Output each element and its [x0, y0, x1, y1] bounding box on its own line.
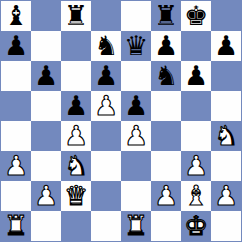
- square-a6[interactable]: [1, 61, 31, 91]
- piece-white-rook[interactable]: ♜: [124, 211, 148, 241]
- square-f5[interactable]: [151, 91, 181, 121]
- square-b4[interactable]: [31, 121, 61, 151]
- square-e3[interactable]: [121, 151, 151, 181]
- piece-white-pawn[interactable]: ♟: [4, 151, 28, 181]
- square-c7[interactable]: [61, 31, 91, 61]
- square-b1[interactable]: [31, 211, 61, 241]
- piece-black-pawn[interactable]: ♟: [214, 31, 238, 61]
- piece-black-knight[interactable]: ♞: [94, 31, 118, 61]
- square-f8[interactable]: ♜: [151, 1, 181, 31]
- square-b2[interactable]: ♟: [31, 181, 61, 211]
- piece-white-rook[interactable]: ♜: [4, 211, 28, 241]
- square-e1[interactable]: ♜: [121, 211, 151, 241]
- square-d6[interactable]: ♟: [91, 61, 121, 91]
- square-h6[interactable]: [211, 61, 241, 91]
- square-g8[interactable]: ♚: [181, 1, 211, 31]
- square-d8[interactable]: [91, 1, 121, 31]
- piece-white-pawn[interactable]: ♟: [184, 151, 208, 181]
- square-c1[interactable]: [61, 211, 91, 241]
- square-b8[interactable]: [31, 1, 61, 31]
- square-e5[interactable]: ♟: [121, 91, 151, 121]
- square-a8[interactable]: ♝: [1, 1, 31, 31]
- square-c3[interactable]: ♞: [61, 151, 91, 181]
- square-d3[interactable]: [91, 151, 121, 181]
- square-f6[interactable]: ♞: [151, 61, 181, 91]
- square-a3[interactable]: ♟: [1, 151, 31, 181]
- piece-white-pawn[interactable]: ♟: [124, 121, 148, 151]
- square-c6[interactable]: [61, 61, 91, 91]
- square-g5[interactable]: [181, 91, 211, 121]
- piece-black-pawn[interactable]: ♟: [64, 91, 88, 121]
- square-c2[interactable]: ♛: [61, 181, 91, 211]
- square-h2[interactable]: ♟: [211, 181, 241, 211]
- square-h3[interactable]: [211, 151, 241, 181]
- piece-white-queen[interactable]: ♛: [64, 181, 88, 211]
- square-h8[interactable]: [211, 1, 241, 31]
- piece-white-pawn[interactable]: ♟: [64, 121, 88, 151]
- square-f4[interactable]: [151, 121, 181, 151]
- square-b5[interactable]: [31, 91, 61, 121]
- square-h4[interactable]: ♞: [211, 121, 241, 151]
- square-e2[interactable]: [121, 181, 151, 211]
- square-e4[interactable]: ♟: [121, 121, 151, 151]
- square-c5[interactable]: ♟: [61, 91, 91, 121]
- piece-black-pawn[interactable]: ♟: [154, 31, 178, 61]
- square-g4[interactable]: [181, 121, 211, 151]
- square-g6[interactable]: ♟: [181, 61, 211, 91]
- square-b6[interactable]: ♟: [31, 61, 61, 91]
- piece-black-pawn[interactable]: ♟: [34, 61, 58, 91]
- square-e7[interactable]: ♛: [121, 31, 151, 61]
- square-d4[interactable]: [91, 121, 121, 151]
- piece-black-rook[interactable]: ♜: [154, 1, 178, 31]
- piece-black-rook[interactable]: ♜: [64, 1, 88, 31]
- square-b7[interactable]: [31, 31, 61, 61]
- piece-white-bishop[interactable]: ♝: [184, 181, 208, 211]
- square-f3[interactable]: [151, 151, 181, 181]
- square-e6[interactable]: [121, 61, 151, 91]
- square-f2[interactable]: ♟: [151, 181, 181, 211]
- square-d5[interactable]: ♟: [91, 91, 121, 121]
- square-h5[interactable]: [211, 91, 241, 121]
- square-f7[interactable]: ♟: [151, 31, 181, 61]
- square-c4[interactable]: ♟: [61, 121, 91, 151]
- piece-black-knight[interactable]: ♞: [154, 61, 178, 91]
- square-a7[interactable]: ♟: [1, 31, 31, 61]
- square-d7[interactable]: ♞: [91, 31, 121, 61]
- piece-white-pawn[interactable]: ♟: [94, 91, 118, 121]
- square-g2[interactable]: ♝: [181, 181, 211, 211]
- piece-white-knight[interactable]: ♞: [64, 151, 88, 181]
- chess-board: ♝♜♜♚♟♞♛♟♟♟♟♞♟♟♟♟♟♟♞♟♞♟♟♛♟♝♟♜♜♚: [0, 0, 242, 242]
- square-g7[interactable]: [181, 31, 211, 61]
- piece-black-pawn[interactable]: ♟: [4, 31, 28, 61]
- piece-white-pawn[interactable]: ♟: [34, 181, 58, 211]
- square-g1[interactable]: ♚: [181, 211, 211, 241]
- piece-black-queen[interactable]: ♛: [124, 31, 148, 61]
- piece-black-king[interactable]: ♚: [184, 1, 208, 31]
- piece-black-bishop[interactable]: ♝: [4, 1, 28, 31]
- piece-black-pawn[interactable]: ♟: [124, 91, 148, 121]
- square-c8[interactable]: ♜: [61, 1, 91, 31]
- square-d2[interactable]: [91, 181, 121, 211]
- square-a5[interactable]: [1, 91, 31, 121]
- square-h7[interactable]: ♟: [211, 31, 241, 61]
- square-f1[interactable]: [151, 211, 181, 241]
- square-h1[interactable]: [211, 211, 241, 241]
- square-d1[interactable]: [91, 211, 121, 241]
- square-b3[interactable]: [31, 151, 61, 181]
- piece-white-knight[interactable]: ♞: [214, 121, 238, 151]
- square-a2[interactable]: [1, 181, 31, 211]
- square-g3[interactable]: ♟: [181, 151, 211, 181]
- square-a4[interactable]: [1, 121, 31, 151]
- square-a1[interactable]: ♜: [1, 211, 31, 241]
- piece-white-king[interactable]: ♚: [184, 211, 208, 241]
- square-e8[interactable]: [121, 1, 151, 31]
- piece-white-pawn[interactable]: ♟: [154, 181, 178, 211]
- piece-white-pawn[interactable]: ♟: [214, 181, 238, 211]
- piece-black-pawn[interactable]: ♟: [184, 61, 208, 91]
- piece-black-pawn[interactable]: ♟: [94, 61, 118, 91]
